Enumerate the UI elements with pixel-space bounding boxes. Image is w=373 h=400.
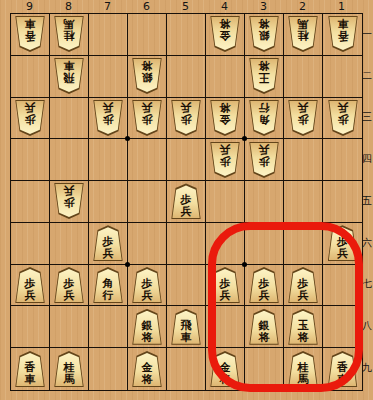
rank-label-1: 一 bbox=[362, 13, 373, 55]
square-3g[interactable]: 歩兵 bbox=[245, 265, 284, 307]
kanji-char: 歩 bbox=[181, 113, 192, 125]
kanji-char: 兵 bbox=[103, 248, 114, 260]
rank-label-3: 三 bbox=[362, 97, 373, 139]
kanji-char: 将 bbox=[142, 374, 153, 386]
piece-kanji: 角行 bbox=[249, 100, 279, 136]
piece-gote-silver[interactable]: 銀将 bbox=[132, 58, 162, 94]
piece-kanji: 銀将 bbox=[132, 58, 162, 94]
kanji-char: 車 bbox=[25, 374, 36, 386]
kanji-char: 車 bbox=[181, 332, 192, 344]
kanji-char: 馬 bbox=[298, 17, 309, 29]
piece-gote-knight[interactable]: 桂馬 bbox=[54, 16, 84, 52]
shogi-board[interactable]: 香車桂馬金将銀将桂馬香車飛車銀将王将歩兵歩兵歩兵歩兵金将角行歩兵歩兵歩兵歩兵歩兵… bbox=[10, 13, 363, 391]
square-9d[interactable] bbox=[11, 139, 50, 181]
piece-kanji: 香車 bbox=[15, 16, 45, 52]
square-6c[interactable]: 歩兵 bbox=[128, 98, 167, 140]
square-6e[interactable] bbox=[128, 181, 167, 223]
piece-kanji: 歩兵 bbox=[15, 267, 45, 303]
piece-sente-knight[interactable]: 桂馬 bbox=[54, 351, 84, 387]
rank-label-2: 二 bbox=[362, 55, 373, 97]
piece-kanji: 歩兵 bbox=[328, 225, 358, 261]
piece-kanji: 桂馬 bbox=[288, 351, 318, 387]
piece-gote-pawn[interactable]: 歩兵 bbox=[54, 183, 84, 219]
square-3d[interactable]: 歩兵 bbox=[245, 139, 284, 181]
piece-sente-rook[interactable]: 飛車 bbox=[171, 309, 201, 345]
piece-sente-pawn[interactable]: 歩兵 bbox=[249, 267, 279, 303]
square-8g[interactable]: 歩兵 bbox=[50, 265, 89, 307]
square-9i[interactable]: 香車 bbox=[11, 348, 50, 390]
file-label-9: 9 bbox=[10, 0, 49, 13]
piece-kanji: 歩兵 bbox=[93, 225, 123, 261]
piece-sente-pawn[interactable]: 歩兵 bbox=[54, 267, 84, 303]
piece-kanji: 桂馬 bbox=[54, 16, 84, 52]
piece-gote-rook[interactable]: 飛車 bbox=[54, 58, 84, 94]
square-7d[interactable] bbox=[89, 139, 128, 181]
kanji-char: 兵 bbox=[337, 101, 348, 113]
square-1g[interactable] bbox=[323, 265, 362, 307]
piece-gote-silver[interactable]: 銀将 bbox=[249, 16, 279, 52]
piece-sente-knight[interactable]: 桂馬 bbox=[288, 351, 318, 387]
piece-gote-bishop[interactable]: 角行 bbox=[249, 100, 279, 136]
piece-kanji: 歩兵 bbox=[15, 100, 45, 136]
kanji-char: 将 bbox=[142, 59, 153, 71]
piece-kanji: 金将 bbox=[210, 100, 240, 136]
square-7a[interactable] bbox=[89, 14, 128, 56]
kanji-char: 銀 bbox=[259, 29, 270, 41]
square-7f[interactable]: 歩兵 bbox=[89, 223, 128, 265]
file-label-7: 7 bbox=[88, 0, 127, 13]
square-1i[interactable]: 香車 bbox=[323, 348, 362, 390]
piece-kanji: 銀将 bbox=[249, 309, 279, 345]
square-8e[interactable]: 歩兵 bbox=[50, 181, 89, 223]
square-5e[interactable]: 歩兵 bbox=[167, 181, 206, 223]
piece-kanji: 香車 bbox=[15, 351, 45, 387]
square-4g[interactable]: 歩兵 bbox=[206, 265, 245, 307]
rank-label-7: 七 bbox=[362, 264, 373, 306]
piece-gote-lance[interactable]: 香車 bbox=[328, 16, 358, 52]
piece-sente-pawn[interactable]: 歩兵 bbox=[328, 225, 358, 261]
piece-gote-pawn[interactable]: 歩兵 bbox=[249, 142, 279, 178]
piece-gote-king[interactable]: 王将 bbox=[249, 58, 279, 94]
square-3f[interactable] bbox=[245, 223, 284, 265]
square-3i[interactable] bbox=[245, 348, 284, 390]
piece-sente-gold[interactable]: 金将 bbox=[132, 351, 162, 387]
square-2a[interactable]: 桂馬 bbox=[284, 14, 323, 56]
kanji-char: 将 bbox=[220, 374, 231, 386]
kanji-char: 車 bbox=[337, 17, 348, 29]
file-label-6: 6 bbox=[127, 0, 166, 13]
square-2c[interactable]: 歩兵 bbox=[284, 98, 323, 140]
kanji-char: 歩 bbox=[142, 113, 153, 125]
piece-gote-lance[interactable]: 香車 bbox=[15, 16, 45, 52]
square-5h[interactable]: 飛車 bbox=[167, 306, 206, 348]
piece-kanji: 香車 bbox=[328, 16, 358, 52]
kanji-char: 兵 bbox=[25, 290, 36, 302]
piece-kanji: 歩兵 bbox=[328, 100, 358, 136]
square-8a[interactable]: 桂馬 bbox=[50, 14, 89, 56]
kanji-char: 兵 bbox=[181, 101, 192, 113]
kanji-char: 将 bbox=[220, 101, 231, 113]
kanji-char: 香 bbox=[337, 29, 348, 41]
square-8i[interactable]: 桂馬 bbox=[50, 348, 89, 390]
kanji-char: 車 bbox=[64, 59, 75, 71]
piece-sente-lance[interactable]: 香車 bbox=[328, 351, 358, 387]
piece-kanji: 歩兵 bbox=[54, 183, 84, 219]
piece-kanji: 飛車 bbox=[171, 309, 201, 345]
square-9a[interactable]: 香車 bbox=[11, 14, 50, 56]
kanji-char: 歩 bbox=[25, 113, 36, 125]
kanji-char: 馬 bbox=[64, 374, 75, 386]
piece-kanji: 桂馬 bbox=[288, 16, 318, 52]
kanji-char: 兵 bbox=[181, 206, 192, 218]
square-7c[interactable]: 歩兵 bbox=[89, 98, 128, 140]
square-1f[interactable]: 歩兵 bbox=[323, 223, 362, 265]
kanji-char: 兵 bbox=[142, 101, 153, 113]
kanji-char: 兵 bbox=[259, 143, 270, 155]
kanji-char: 行 bbox=[103, 290, 114, 302]
kanji-char: 飛 bbox=[64, 71, 75, 83]
square-7h[interactable] bbox=[89, 306, 128, 348]
kanji-char: 兵 bbox=[64, 290, 75, 302]
kanji-char: 兵 bbox=[337, 248, 348, 260]
square-9g[interactable]: 歩兵 bbox=[11, 265, 50, 307]
square-3e[interactable] bbox=[245, 181, 284, 223]
square-9b[interactable] bbox=[11, 56, 50, 98]
kanji-char: 将 bbox=[220, 17, 231, 29]
square-5c[interactable]: 歩兵 bbox=[167, 98, 206, 140]
kanji-char: 将 bbox=[259, 59, 270, 71]
kanji-char: 玉 bbox=[298, 320, 309, 332]
kanji-char: 兵 bbox=[298, 101, 309, 113]
square-8c[interactable] bbox=[50, 98, 89, 140]
file-label-1: 1 bbox=[322, 0, 361, 13]
kanji-char: 金 bbox=[220, 113, 231, 125]
square-2f[interactable] bbox=[284, 223, 323, 265]
kanji-char: 兵 bbox=[259, 290, 270, 302]
kanji-char: 歩 bbox=[103, 113, 114, 125]
file-label-3: 3 bbox=[244, 0, 283, 13]
piece-sente-silver[interactable]: 銀将 bbox=[249, 309, 279, 345]
square-1d[interactable] bbox=[323, 139, 362, 181]
hoshi-dot bbox=[125, 262, 130, 267]
piece-kanji: 玉将 bbox=[288, 309, 318, 345]
piece-kanji: 飛車 bbox=[54, 58, 84, 94]
kanji-char: 銀 bbox=[142, 71, 153, 83]
kanji-char: 兵 bbox=[142, 290, 153, 302]
piece-gote-gold[interactable]: 金将 bbox=[210, 100, 240, 136]
square-5d[interactable] bbox=[167, 139, 206, 181]
piece-kanji: 歩兵 bbox=[249, 142, 279, 178]
kanji-char: 将 bbox=[259, 332, 270, 344]
piece-kanji: 香車 bbox=[328, 351, 358, 387]
square-2g[interactable]: 歩兵 bbox=[284, 265, 323, 307]
hoshi-dot bbox=[242, 262, 247, 267]
piece-kanji: 歩兵 bbox=[93, 100, 123, 136]
piece-kanji: 金将 bbox=[132, 351, 162, 387]
square-2e[interactable] bbox=[284, 181, 323, 223]
piece-kanji: 歩兵 bbox=[210, 142, 240, 178]
kanji-char: 兵 bbox=[64, 184, 75, 196]
square-4e[interactable] bbox=[206, 181, 245, 223]
square-3h[interactable]: 銀将 bbox=[245, 306, 284, 348]
file-label-5: 5 bbox=[166, 0, 205, 13]
square-9f[interactable] bbox=[11, 223, 50, 265]
piece-sente-bishop[interactable]: 角行 bbox=[93, 267, 123, 303]
kanji-char: 行 bbox=[259, 101, 270, 113]
piece-gote-gold[interactable]: 金将 bbox=[210, 16, 240, 52]
kanji-char: 将 bbox=[259, 17, 270, 29]
piece-sente-gold[interactable]: 金将 bbox=[210, 351, 240, 387]
kanji-char: 兵 bbox=[220, 143, 231, 155]
piece-gote-knight[interactable]: 桂馬 bbox=[288, 16, 318, 52]
square-4d[interactable]: 歩兵 bbox=[206, 139, 245, 181]
file-label-8: 8 bbox=[49, 0, 88, 13]
piece-kanji: 歩兵 bbox=[54, 267, 84, 303]
square-7b[interactable] bbox=[89, 56, 128, 98]
square-6g[interactable]: 歩兵 bbox=[128, 265, 167, 307]
square-3b[interactable]: 王将 bbox=[245, 56, 284, 98]
piece-sente-lance[interactable]: 香車 bbox=[15, 351, 45, 387]
kanji-char: 飛 bbox=[181, 320, 192, 332]
kanji-char: 将 bbox=[142, 332, 153, 344]
kanji-char: 歩 bbox=[259, 155, 270, 167]
kanji-char: 王 bbox=[259, 71, 270, 83]
square-1b[interactable] bbox=[323, 56, 362, 98]
kanji-char: 兵 bbox=[103, 101, 114, 113]
kanji-char: 桂 bbox=[64, 29, 75, 41]
kanji-char: 金 bbox=[220, 29, 231, 41]
kanji-char: 歩 bbox=[64, 196, 75, 208]
square-7i[interactable] bbox=[89, 348, 128, 390]
piece-sente-silver[interactable]: 銀将 bbox=[132, 309, 162, 345]
square-2h[interactable]: 玉将 bbox=[284, 306, 323, 348]
square-6b[interactable]: 銀将 bbox=[128, 56, 167, 98]
square-2b[interactable] bbox=[284, 56, 323, 98]
kanji-char: 兵 bbox=[298, 290, 309, 302]
kanji-char: 車 bbox=[337, 374, 348, 386]
piece-sente-pawn[interactable]: 歩兵 bbox=[93, 225, 123, 261]
square-2d[interactable] bbox=[284, 139, 323, 181]
kanji-char: 歩 bbox=[220, 155, 231, 167]
kanji-char: 将 bbox=[298, 332, 309, 344]
file-label-4: 4 bbox=[205, 0, 244, 13]
square-3c[interactable]: 角行 bbox=[245, 98, 284, 140]
square-1h[interactable] bbox=[323, 306, 362, 348]
kanji-char: 銀 bbox=[259, 320, 270, 332]
square-6i[interactable]: 金将 bbox=[128, 348, 167, 390]
square-9e[interactable] bbox=[11, 181, 50, 223]
piece-sente-pawn[interactable]: 歩兵 bbox=[288, 267, 318, 303]
piece-kanji: 金将 bbox=[210, 351, 240, 387]
piece-gote-pawn[interactable]: 歩兵 bbox=[288, 100, 318, 136]
kanji-char: 馬 bbox=[64, 17, 75, 29]
file-label-2: 2 bbox=[283, 0, 322, 13]
square-6f[interactable] bbox=[128, 223, 167, 265]
rank-label-6: 六 bbox=[362, 222, 373, 264]
square-9c[interactable]: 歩兵 bbox=[11, 98, 50, 140]
kanji-char: 歩 bbox=[337, 113, 348, 125]
square-3a[interactable]: 銀将 bbox=[245, 14, 284, 56]
piece-sente-pawn[interactable]: 歩兵 bbox=[132, 267, 162, 303]
square-8d[interactable] bbox=[50, 139, 89, 181]
rank-label-4: 四 bbox=[362, 138, 373, 180]
kanji-char: 兵 bbox=[220, 290, 231, 302]
square-6a[interactable] bbox=[128, 14, 167, 56]
square-4a[interactable]: 金将 bbox=[206, 14, 245, 56]
piece-gote-pawn[interactable]: 歩兵 bbox=[171, 100, 201, 136]
square-1a[interactable]: 香車 bbox=[323, 14, 362, 56]
piece-sente-pawn[interactable]: 歩兵 bbox=[15, 267, 45, 303]
kanji-char: 香 bbox=[25, 29, 36, 41]
square-5b[interactable] bbox=[167, 56, 206, 98]
square-8f[interactable] bbox=[50, 223, 89, 265]
piece-kanji: 歩兵 bbox=[210, 267, 240, 303]
kanji-char: 歩 bbox=[298, 113, 309, 125]
kanji-char: 馬 bbox=[298, 374, 309, 386]
square-8h[interactable] bbox=[50, 306, 89, 348]
square-1c[interactable]: 歩兵 bbox=[323, 98, 362, 140]
square-5f[interactable] bbox=[167, 223, 206, 265]
square-4c[interactable]: 金将 bbox=[206, 98, 245, 140]
rank-labels: 一二三四五六七八九 bbox=[362, 13, 373, 389]
square-1e[interactable] bbox=[323, 181, 362, 223]
square-4f[interactable] bbox=[206, 223, 245, 265]
piece-sente-king[interactable]: 玉将 bbox=[288, 309, 318, 345]
piece-kanji: 金将 bbox=[210, 16, 240, 52]
piece-kanji: 歩兵 bbox=[249, 267, 279, 303]
kanji-char: 銀 bbox=[142, 320, 153, 332]
square-4h[interactable] bbox=[206, 306, 245, 348]
square-5i[interactable] bbox=[167, 348, 206, 390]
square-7e[interactable] bbox=[89, 181, 128, 223]
piece-kanji: 歩兵 bbox=[171, 183, 201, 219]
kanji-char: 角 bbox=[259, 113, 270, 125]
piece-kanji: 歩兵 bbox=[132, 267, 162, 303]
rank-label-8: 八 bbox=[362, 305, 373, 347]
piece-sente-pawn[interactable]: 歩兵 bbox=[171, 183, 201, 219]
square-2i[interactable]: 桂馬 bbox=[284, 348, 323, 390]
piece-gote-pawn[interactable]: 歩兵 bbox=[328, 100, 358, 136]
file-labels: 987654321 bbox=[10, 0, 361, 13]
piece-kanji: 歩兵 bbox=[132, 100, 162, 136]
piece-kanji: 桂馬 bbox=[54, 351, 84, 387]
piece-sente-pawn[interactable]: 歩兵 bbox=[210, 267, 240, 303]
kanji-char: 桂 bbox=[298, 29, 309, 41]
kanji-char: 車 bbox=[25, 17, 36, 29]
square-6d[interactable] bbox=[128, 139, 167, 181]
square-5a[interactable] bbox=[167, 14, 206, 56]
piece-kanji: 王将 bbox=[249, 58, 279, 94]
rank-label-5: 五 bbox=[362, 180, 373, 222]
square-7g[interactable]: 角行 bbox=[89, 265, 128, 307]
piece-kanji: 角行 bbox=[93, 267, 123, 303]
kanji-char: 兵 bbox=[25, 101, 36, 113]
square-4i[interactable]: 金将 bbox=[206, 348, 245, 390]
piece-kanji: 歩兵 bbox=[288, 100, 318, 136]
piece-kanji: 歩兵 bbox=[171, 100, 201, 136]
square-9h[interactable] bbox=[11, 306, 50, 348]
piece-kanji: 銀将 bbox=[132, 309, 162, 345]
square-6h[interactable]: 銀将 bbox=[128, 306, 167, 348]
piece-gote-pawn[interactable]: 歩兵 bbox=[93, 100, 123, 136]
piece-gote-pawn[interactable]: 歩兵 bbox=[210, 142, 240, 178]
piece-gote-pawn[interactable]: 歩兵 bbox=[15, 100, 45, 136]
rank-label-9: 九 bbox=[362, 347, 373, 389]
piece-kanji: 銀将 bbox=[249, 16, 279, 52]
piece-kanji: 歩兵 bbox=[288, 267, 318, 303]
piece-gote-pawn[interactable]: 歩兵 bbox=[132, 100, 162, 136]
square-5g[interactable] bbox=[167, 265, 206, 307]
square-8b[interactable]: 飛車 bbox=[50, 56, 89, 98]
square-4b[interactable] bbox=[206, 56, 245, 98]
